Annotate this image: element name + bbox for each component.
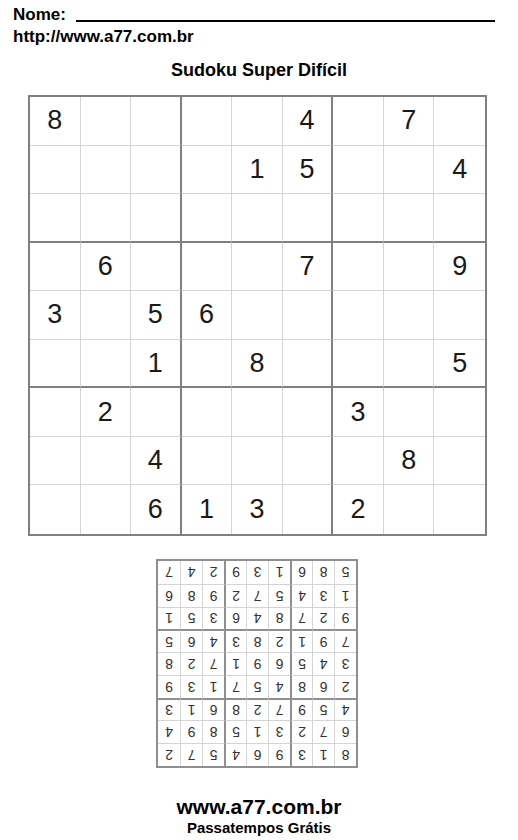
solution-cell-r7c4: 8 [268,607,290,630]
solution-cell-r2c3: 2 [290,720,312,743]
puzzle-cell-r8c6 [283,437,334,486]
solution-cell-r7c3: 7 [290,607,312,630]
puzzle-cell-r5c8 [384,291,435,340]
solution-cell-r7c1: 9 [334,607,356,630]
solution-cell-r4c6: 7 [224,675,246,698]
puzzle-cell-r6c7 [333,340,384,389]
puzzle-cell-r3c4 [182,194,233,243]
solution-cell-r4c1: 2 [334,675,356,698]
puzzle-cell-r9c7: 2 [333,485,384,534]
sudoku-puzzle-grid: 84715467935618523486132 [28,95,487,536]
solution-cell-r3c4: 7 [268,698,290,721]
solution-cell-r9c8: 4 [180,561,202,584]
solution-cell-r3c8: 1 [180,698,202,721]
puzzle-cell-r5c9 [434,291,485,340]
solution-cell-r6c1: 7 [334,629,356,652]
solution-cell-r5c2: 4 [312,652,334,675]
solution-cell-r8c5: 7 [246,584,268,607]
puzzle-cell-r9c3: 6 [131,485,182,534]
puzzle-cell-r2c3 [131,146,182,195]
solution-cell-r6c5: 8 [246,629,268,652]
puzzle-cell-r2c2 [81,146,132,195]
puzzle-cell-r1c8: 7 [384,97,435,146]
puzzle-cell-r4c5 [232,243,283,292]
solution-cell-r1c4: 9 [268,743,290,766]
puzzle-cell-r3c7 [333,194,384,243]
puzzle-cell-r5c4: 6 [182,291,233,340]
puzzle-cell-r9c6 [283,485,334,534]
solution-cell-r2c5: 1 [246,720,268,743]
solution-cell-r6c7: 4 [202,629,224,652]
puzzle-cell-r8c1 [30,437,81,486]
solution-cell-r8c8: 8 [180,584,202,607]
solution-cell-r8c7: 9 [202,584,224,607]
puzzle-cell-r9c1 [30,485,81,534]
puzzle-cell-r4c8 [384,243,435,292]
puzzle-cell-r6c1 [30,340,81,389]
solution-cell-r4c9: 9 [158,675,180,698]
solution-cell-r9c4: 1 [268,561,290,584]
solution-cell-r8c2: 3 [312,584,334,607]
solution-cell-r8c9: 6 [158,584,180,607]
puzzle-cell-r3c5 [232,194,283,243]
puzzle-cell-r6c3: 1 [131,340,182,389]
puzzle-cell-r4c7 [333,243,384,292]
solution-cell-r9c9: 7 [158,561,180,584]
solution-cell-r7c2: 2 [312,607,334,630]
puzzle-cell-r7c5 [232,388,283,437]
puzzle-cell-r6c9: 5 [434,340,485,389]
puzzle-cell-r1c2 [81,97,132,146]
puzzle-cell-r6c5: 8 [232,340,283,389]
solution-cell-r4c5: 5 [246,675,268,698]
solution-cell-r8c4: 5 [268,584,290,607]
puzzle-cell-r4c1 [30,243,81,292]
puzzle-cell-r2c9: 4 [434,146,485,195]
puzzle-cell-r8c3: 4 [131,437,182,486]
puzzle-cell-r8c2 [81,437,132,486]
solution-cell-r5c8: 2 [180,652,202,675]
puzzle-cell-r2c6: 5 [283,146,334,195]
puzzle-cell-r9c8 [384,485,435,534]
solution-cell-r5c7: 7 [202,652,224,675]
solution-cell-r2c7: 8 [202,720,224,743]
solution-cell-r1c7: 5 [202,743,224,766]
solution-cell-r9c3: 6 [290,561,312,584]
puzzle-cell-r6c4 [182,340,233,389]
solution-cell-r2c4: 3 [268,720,290,743]
puzzle-cell-r6c2 [81,340,132,389]
puzzle-cell-r7c8 [384,388,435,437]
puzzle-cell-r9c2 [81,485,132,534]
puzzle-cell-r5c1: 3 [30,291,81,340]
puzzle-cell-r1c3 [131,97,182,146]
solution-cell-r5c1: 3 [334,652,356,675]
puzzle-cell-r9c9 [434,485,485,534]
puzzle-cell-r5c6 [283,291,334,340]
puzzle-cell-r2c7 [333,146,384,195]
puzzle-cell-r2c5: 1 [232,146,283,195]
solution-cell-r9c1: 5 [334,561,356,584]
solution-cell-r3c2: 5 [312,698,334,721]
puzzle-cell-r2c4 [182,146,233,195]
puzzle-cell-r7c2: 2 [81,388,132,437]
puzzle-cell-r5c7 [333,291,384,340]
puzzle-cell-r7c1 [30,388,81,437]
solution-cell-r3c3: 9 [290,698,312,721]
puzzle-cell-r8c9 [434,437,485,486]
solution-cell-r5c5: 9 [246,652,268,675]
puzzle-cell-r7c4 [182,388,233,437]
solution-cell-r1c2: 1 [312,743,334,766]
solution-cell-r1c9: 2 [158,743,180,766]
solution-cell-r5c3: 5 [290,652,312,675]
puzzle-cell-r7c6 [283,388,334,437]
solution-cell-r7c8: 5 [180,607,202,630]
puzzle-cell-r9c5: 3 [232,485,283,534]
puzzle-cell-r5c3: 5 [131,291,182,340]
solution-cell-r1c6: 4 [224,743,246,766]
solution-cell-r6c3: 1 [290,629,312,652]
solution-cell-r6c6: 3 [224,629,246,652]
solution-cell-r4c2: 6 [312,675,334,698]
solution-cell-r9c7: 2 [202,561,224,584]
puzzle-cell-r3c9 [434,194,485,243]
footer-tagline: Passatempos Grátis [0,819,518,836]
solution-cell-r6c2: 9 [312,629,334,652]
name-underline [76,20,495,22]
solution-cell-r8c6: 2 [224,584,246,607]
puzzle-cell-r8c4 [182,437,233,486]
puzzle-cell-r6c8 [384,340,435,389]
puzzle-cell-r4c6: 7 [283,243,334,292]
puzzle-cell-r1c5 [232,97,283,146]
puzzle-cell-r1c7 [333,97,384,146]
solution-cell-r2c9: 4 [158,720,180,743]
solution-cell-r9c5: 3 [246,561,268,584]
solution-cell-r3c9: 3 [158,698,180,721]
solution-cell-r3c1: 4 [334,698,356,721]
puzzle-cell-r9c4: 1 [182,485,233,534]
puzzle-cell-r5c5 [232,291,283,340]
puzzle-cell-r2c8 [384,146,435,195]
solution-cell-r5c6: 1 [224,652,246,675]
solution-cell-r3c6: 8 [224,698,246,721]
solution-cell-r2c8: 9 [180,720,202,743]
puzzle-cell-r3c3 [131,194,182,243]
solution-cell-r2c6: 5 [224,720,246,743]
puzzle-cell-r7c3 [131,388,182,437]
puzzle-cell-r2c1 [30,146,81,195]
solution-cell-r1c1: 8 [334,743,356,766]
puzzle-cell-r4c3 [131,243,182,292]
solution-cell-r2c1: 6 [334,720,356,743]
solution-cell-r4c4: 4 [268,675,290,698]
solution-cell-r9c2: 8 [312,561,334,584]
solution-cell-r3c5: 2 [246,698,268,721]
puzzle-cell-r8c7 [333,437,384,486]
solution-cell-r5c4: 6 [268,652,290,675]
solution-cell-r6c8: 6 [180,629,202,652]
solution-cell-r1c3: 3 [290,743,312,766]
sudoku-solution-grid: 8139645726723158944597286132684571393456… [156,559,358,768]
solution-cell-r4c3: 8 [290,675,312,698]
solution-cell-r8c1: 1 [334,584,356,607]
name-label: Nome: [13,5,66,25]
puzzle-cell-r8c8: 8 [384,437,435,486]
puzzle-cell-r1c9 [434,97,485,146]
solution-cell-r7c6: 6 [224,607,246,630]
solution-cell-r7c7: 3 [202,607,224,630]
puzzle-cell-r3c6 [283,194,334,243]
puzzle-cell-r6c6 [283,340,334,389]
solution-cell-r1c8: 7 [180,743,202,766]
puzzle-cell-r4c2: 6 [81,243,132,292]
solution-cell-r6c9: 5 [158,629,180,652]
solution-cell-r9c6: 9 [224,561,246,584]
puzzle-cell-r8c5 [232,437,283,486]
puzzle-cell-r4c4 [182,243,233,292]
puzzle-cell-r5c2 [81,291,132,340]
puzzle-cell-r1c6: 4 [283,97,334,146]
page-title: Sudoku Super Difícil [0,60,518,81]
solution-cell-r7c5: 4 [246,607,268,630]
solution-cell-r4c7: 1 [202,675,224,698]
puzzle-cell-r7c9 [434,388,485,437]
solution-cell-r1c5: 6 [246,743,268,766]
puzzle-cell-r1c4 [182,97,233,146]
puzzle-cell-r3c1 [30,194,81,243]
solution-cell-r5c9: 8 [158,652,180,675]
solution-cell-r3c7: 6 [202,698,224,721]
puzzle-cell-r7c7: 3 [333,388,384,437]
puzzle-cell-r1c1: 8 [30,97,81,146]
site-url: http://www.a77.com.br [13,27,194,47]
puzzle-cell-r3c8 [384,194,435,243]
solution-cell-r4c8: 3 [180,675,202,698]
puzzle-cell-r3c2 [81,194,132,243]
footer-site: www.a77.com.br [0,795,518,819]
solution-cell-r7c9: 1 [158,607,180,630]
solution-cell-r6c4: 2 [268,629,290,652]
puzzle-cell-r4c9: 9 [434,243,485,292]
solution-cell-r8c3: 4 [290,584,312,607]
solution-cell-r2c2: 7 [312,720,334,743]
